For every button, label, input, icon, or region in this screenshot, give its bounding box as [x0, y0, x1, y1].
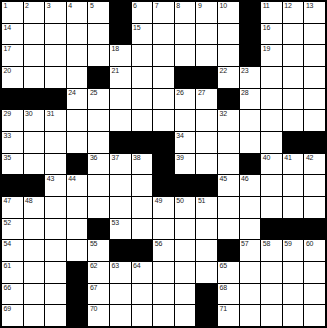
letter-cell-r1-c13[interactable]: 11	[261, 2, 282, 23]
letter-cell-r6-c10[interactable]	[196, 110, 217, 131]
letter-cell-r12-c4[interactable]	[67, 240, 88, 261]
letter-cell-r5-c14[interactable]	[283, 89, 304, 110]
letter-cell-r8-c7[interactable]: 38	[132, 154, 153, 175]
letter-cell-r6-c14[interactable]	[283, 110, 304, 131]
clue-number-62: 62	[90, 262, 97, 270]
letter-cell-r11-c2[interactable]	[24, 219, 45, 240]
letter-cell-r1-c3[interactable]: 3	[45, 2, 66, 23]
letter-cell-r15-c12[interactable]	[240, 305, 261, 326]
letter-cell-r7-c1[interactable]: 33	[2, 132, 23, 153]
clue-number-71: 71	[220, 305, 227, 313]
clue-number-8: 8	[176, 2, 180, 10]
letter-cell-r9-c3[interactable]: 43	[45, 175, 66, 196]
letter-cell-r13-c15[interactable]	[304, 262, 325, 283]
letter-cell-r7-c10[interactable]	[196, 132, 217, 153]
letter-cell-r10-c8[interactable]: 49	[153, 197, 174, 218]
letter-cell-r12-c3[interactable]	[45, 240, 66, 261]
letter-cell-r10-c10[interactable]: 51	[196, 197, 217, 218]
clue-number-26: 26	[176, 89, 183, 97]
letter-cell-r15-c3[interactable]	[45, 305, 66, 326]
letter-cell-r2-c1[interactable]: 14	[2, 24, 23, 45]
letter-cell-r15-c9[interactable]	[175, 305, 196, 326]
letter-cell-r8-c11[interactable]	[218, 154, 239, 175]
clue-number-20: 20	[4, 67, 11, 75]
letter-cell-r10-c15[interactable]	[304, 197, 325, 218]
letter-cell-r14-c13[interactable]	[261, 284, 282, 305]
letter-cell-r12-c2[interactable]	[24, 240, 45, 261]
letter-cell-r12-c8[interactable]: 56	[153, 240, 174, 261]
letter-cell-r15-c5[interactable]: 70	[88, 305, 109, 326]
letter-cell-r7-c3[interactable]	[45, 132, 66, 153]
letter-cell-r4-c12[interactable]: 23	[240, 67, 261, 88]
clue-number-37: 37	[112, 154, 119, 162]
letter-cell-r4-c2[interactable]	[24, 67, 45, 88]
clue-number-34: 34	[176, 132, 183, 140]
letter-cell-r10-c3[interactable]	[45, 197, 66, 218]
letter-cell-r7-c4[interactable]	[67, 132, 88, 153]
letter-cell-r10-c12[interactable]	[240, 197, 261, 218]
clue-number-39: 39	[176, 154, 183, 162]
clue-number-45: 45	[220, 175, 227, 183]
clue-number-9: 9	[198, 2, 202, 10]
clue-number-11: 11	[263, 2, 270, 10]
letter-cell-r15-c13[interactable]	[261, 305, 282, 326]
letter-cell-r9-c12[interactable]: 46	[240, 175, 261, 196]
letter-cell-r2-c11[interactable]	[218, 24, 239, 45]
clue-number-32: 32	[220, 110, 227, 118]
letter-cell-r10-c5[interactable]	[88, 197, 109, 218]
letter-cell-r8-c10[interactable]	[196, 154, 217, 175]
letter-cell-r13-c1[interactable]: 61	[2, 262, 23, 283]
letter-cell-r6-c2[interactable]: 30	[24, 110, 45, 131]
black-cell-r5-c3	[45, 89, 66, 110]
clue-number-7: 7	[155, 2, 159, 10]
letter-cell-r14-c6[interactable]	[110, 284, 131, 305]
clue-number-3: 3	[47, 2, 51, 10]
black-cell-r7-c14	[283, 132, 304, 153]
letter-cell-r6-c6[interactable]	[110, 110, 131, 131]
letter-cell-r5-c13[interactable]	[261, 89, 282, 110]
letter-cell-r8-c15[interactable]: 42	[304, 154, 325, 175]
clue-number-19: 19	[263, 45, 270, 53]
letter-cell-r14-c9[interactable]	[175, 284, 196, 305]
letter-cell-r13-c11[interactable]: 65	[218, 262, 239, 283]
clue-number-53: 53	[112, 219, 119, 227]
clue-number-17: 17	[4, 45, 11, 53]
letter-cell-r9-c5[interactable]	[88, 175, 109, 196]
letter-cell-r4-c7[interactable]	[132, 67, 153, 88]
black-cell-r5-c1	[2, 89, 23, 110]
black-cell-r12-c11	[218, 240, 239, 261]
clue-number-63: 63	[112, 262, 119, 270]
clue-number-15: 15	[133, 24, 140, 32]
letter-cell-r12-c15[interactable]: 60	[304, 240, 325, 261]
letter-cell-r10-c7[interactable]	[132, 197, 153, 218]
black-cell-r12-c6	[110, 240, 131, 261]
letter-cell-r15-c15[interactable]	[304, 305, 325, 326]
letter-cell-r2-c4[interactable]	[67, 24, 88, 45]
clue-number-23: 23	[241, 67, 248, 75]
letter-cell-r10-c9[interactable]: 50	[175, 197, 196, 218]
letter-cell-r4-c4[interactable]	[67, 67, 88, 88]
letter-cell-r11-c12[interactable]	[240, 219, 261, 240]
black-cell-r11-c13	[261, 219, 282, 240]
letter-cell-r13-c10[interactable]	[196, 262, 217, 283]
black-cell-r13-c4	[67, 262, 88, 283]
black-cell-r9-c10	[196, 175, 217, 196]
letter-cell-r13-c2[interactable]	[24, 262, 45, 283]
black-cell-r4-c5	[88, 67, 109, 88]
letter-cell-r2-c3[interactable]	[45, 24, 66, 45]
letter-cell-r12-c12[interactable]: 57	[240, 240, 261, 261]
letter-cell-r5-c6[interactable]	[110, 89, 131, 110]
black-cell-r15-c4	[67, 305, 88, 326]
letter-cell-r9-c13[interactable]	[261, 175, 282, 196]
letter-cell-r15-c6[interactable]	[110, 305, 131, 326]
clue-number-27: 27	[198, 89, 205, 97]
black-cell-r9-c8	[153, 175, 174, 196]
black-cell-r9-c9	[175, 175, 196, 196]
black-cell-r7-c8	[153, 132, 174, 153]
clue-number-5: 5	[90, 2, 94, 10]
letter-cell-r8-c2[interactable]	[24, 154, 45, 175]
letter-cell-r8-c1[interactable]: 35	[2, 154, 23, 175]
black-cell-r15-c10	[196, 305, 217, 326]
clue-number-1: 1	[4, 2, 8, 10]
letter-cell-r14-c3[interactable]	[45, 284, 66, 305]
black-cell-r7-c6	[110, 132, 131, 153]
letter-cell-r6-c4[interactable]	[67, 110, 88, 131]
letter-cell-r3-c14[interactable]	[283, 45, 304, 66]
clue-number-65: 65	[220, 262, 227, 270]
black-cell-r9-c2	[24, 175, 45, 196]
letter-cell-r4-c6[interactable]: 21	[110, 67, 131, 88]
letter-cell-r6-c12[interactable]	[240, 110, 261, 131]
clue-number-61: 61	[4, 262, 11, 270]
clue-number-12: 12	[284, 2, 291, 10]
letter-cell-r4-c1[interactable]: 20	[2, 67, 23, 88]
letter-cell-r7-c13[interactable]	[261, 132, 282, 153]
letter-cell-r12-c10[interactable]	[196, 240, 217, 261]
black-cell-r11-c15	[304, 219, 325, 240]
letter-cell-r2-c13[interactable]: 16	[261, 24, 282, 45]
letter-cell-r6-c15[interactable]	[304, 110, 325, 131]
letter-cell-r5-c12[interactable]: 28	[240, 89, 261, 110]
letter-cell-r14-c11[interactable]: 68	[218, 284, 239, 305]
letter-cell-r15-c8[interactable]	[153, 305, 174, 326]
letter-cell-r14-c15[interactable]	[304, 284, 325, 305]
letter-cell-r8-c5[interactable]: 36	[88, 154, 109, 175]
clue-number-55: 55	[90, 240, 97, 248]
black-cell-r7-c15	[304, 132, 325, 153]
letter-cell-r7-c12[interactable]	[240, 132, 261, 153]
letter-cell-r13-c14[interactable]	[283, 262, 304, 283]
black-cell-r8-c12	[240, 154, 261, 175]
letter-cell-r11-c4[interactable]	[67, 219, 88, 240]
clue-number-13: 13	[306, 2, 313, 10]
letter-cell-r2-c5[interactable]	[88, 24, 109, 45]
letter-cell-r5-c10[interactable]: 27	[196, 89, 217, 110]
black-cell-r5-c11	[218, 89, 239, 110]
letter-cell-r5-c5[interactable]: 25	[88, 89, 109, 110]
clue-number-49: 49	[155, 197, 162, 205]
letter-cell-r14-c2[interactable]	[24, 284, 45, 305]
clue-number-70: 70	[90, 305, 97, 313]
letter-cell-r3-c3[interactable]	[45, 45, 66, 66]
letter-cell-r5-c9[interactable]: 26	[175, 89, 196, 110]
clue-number-67: 67	[90, 284, 97, 292]
clue-number-64: 64	[133, 262, 140, 270]
clue-number-69: 69	[4, 305, 11, 313]
letter-cell-r14-c14[interactable]	[283, 284, 304, 305]
black-cell-r14-c10	[196, 284, 217, 305]
letter-cell-r10-c13[interactable]	[261, 197, 282, 218]
letter-cell-r3-c5[interactable]	[88, 45, 109, 66]
clue-number-35: 35	[4, 154, 11, 162]
letter-cell-r7-c2[interactable]	[24, 132, 45, 153]
letter-cell-r3-c11[interactable]	[218, 45, 239, 66]
letter-cell-r13-c13[interactable]	[261, 262, 282, 283]
letter-cell-r11-c9[interactable]	[175, 219, 196, 240]
letter-cell-r6-c11[interactable]: 32	[218, 110, 239, 131]
clue-number-42: 42	[306, 154, 313, 162]
letter-cell-r3-c1[interactable]: 17	[2, 45, 23, 66]
clue-number-24: 24	[68, 89, 75, 97]
letter-cell-r6-c13[interactable]	[261, 110, 282, 131]
letter-cell-r12-c9[interactable]	[175, 240, 196, 261]
letter-cell-r2-c2[interactable]	[24, 24, 45, 45]
letter-cell-r6-c8[interactable]	[153, 110, 174, 131]
clue-number-33: 33	[4, 132, 11, 140]
letter-cell-r15-c11[interactable]: 71	[218, 305, 239, 326]
clue-number-2: 2	[25, 2, 29, 10]
letter-cell-r14-c12[interactable]	[240, 284, 261, 305]
letter-cell-r11-c6[interactable]: 53	[110, 219, 131, 240]
letter-cell-r2-c10[interactable]	[196, 24, 217, 45]
letter-cell-r8-c3[interactable]	[45, 154, 66, 175]
letter-cell-r11-c11[interactable]	[218, 219, 239, 240]
letter-cell-r13-c8[interactable]	[153, 262, 174, 283]
letter-cell-r3-c10[interactable]	[196, 45, 217, 66]
letter-cell-r15-c2[interactable]	[24, 305, 45, 326]
letter-cell-r6-c7[interactable]	[132, 110, 153, 131]
clue-number-31: 31	[47, 110, 54, 118]
letter-cell-r1-c4[interactable]: 4	[67, 2, 88, 23]
letter-cell-r1-c5[interactable]: 5	[88, 2, 109, 23]
clue-number-38: 38	[133, 154, 140, 162]
clue-number-50: 50	[176, 197, 183, 205]
letter-cell-r9-c14[interactable]	[283, 175, 304, 196]
letter-cell-r4-c11[interactable]: 22	[218, 67, 239, 88]
black-cell-r8-c8	[153, 154, 174, 175]
crossword-grid: 1234567891011121314151617181920212223242…	[0, 0, 327, 328]
black-cell-r9-c1	[2, 175, 23, 196]
black-cell-r14-c4	[67, 284, 88, 305]
letter-cell-r10-c11[interactable]	[218, 197, 239, 218]
letter-cell-r12-c5[interactable]: 55	[88, 240, 109, 261]
letter-cell-r9-c6[interactable]	[110, 175, 131, 196]
letter-cell-r6-c5[interactable]	[88, 110, 109, 131]
letter-cell-r4-c8[interactable]	[153, 67, 174, 88]
clue-number-6: 6	[133, 2, 137, 10]
black-cell-r1-c6	[110, 2, 131, 23]
letter-cell-r9-c7[interactable]	[132, 175, 153, 196]
letter-cell-r13-c3[interactable]	[45, 262, 66, 283]
letter-cell-r6-c1[interactable]: 29	[2, 110, 23, 131]
clue-number-51: 51	[198, 197, 205, 205]
letter-cell-r13-c7[interactable]: 64	[132, 262, 153, 283]
clue-number-36: 36	[90, 154, 97, 162]
letter-cell-r2-c15[interactable]	[304, 24, 325, 45]
black-cell-r11-c14	[283, 219, 304, 240]
letter-cell-r5-c15[interactable]	[304, 89, 325, 110]
clue-number-59: 59	[284, 240, 291, 248]
letter-cell-r1-c10[interactable]: 9	[196, 2, 217, 23]
letter-cell-r4-c3[interactable]	[45, 67, 66, 88]
letter-cell-r15-c1[interactable]: 69	[2, 305, 23, 326]
letter-cell-r10-c6[interactable]	[110, 197, 131, 218]
letter-cell-r3-c8[interactable]	[153, 45, 174, 66]
letter-cell-r2-c14[interactable]	[283, 24, 304, 45]
letter-cell-r14-c7[interactable]	[132, 284, 153, 305]
clue-number-18: 18	[112, 45, 119, 53]
letter-cell-r5-c8[interactable]	[153, 89, 174, 110]
letter-cell-r1-c15[interactable]: 13	[304, 2, 325, 23]
letter-cell-r8-c13[interactable]: 40	[261, 154, 282, 175]
black-cell-r5-c2	[24, 89, 45, 110]
letter-cell-r15-c7[interactable]	[132, 305, 153, 326]
letter-cell-r3-c13[interactable]: 19	[261, 45, 282, 66]
clue-number-52: 52	[4, 219, 11, 227]
clue-number-10: 10	[220, 2, 227, 10]
letter-cell-r3-c9[interactable]	[175, 45, 196, 66]
letter-cell-r7-c9[interactable]: 34	[175, 132, 196, 153]
letter-cell-r9-c4[interactable]: 44	[67, 175, 88, 196]
black-cell-r7-c7	[132, 132, 153, 153]
black-cell-r11-c5	[88, 219, 109, 240]
clue-number-30: 30	[25, 110, 32, 118]
clue-number-43: 43	[47, 175, 54, 183]
black-cell-r2-c6	[110, 24, 131, 45]
letter-cell-r11-c8[interactable]	[153, 219, 174, 240]
letter-cell-r12-c1[interactable]: 54	[2, 240, 23, 261]
clue-number-41: 41	[284, 154, 291, 162]
letter-cell-r8-c14[interactable]: 41	[283, 154, 304, 175]
letter-cell-r2-c9[interactable]	[175, 24, 196, 45]
letter-cell-r14-c5[interactable]: 67	[88, 284, 109, 305]
clue-number-21: 21	[112, 67, 119, 75]
letter-cell-r1-c8[interactable]: 7	[153, 2, 174, 23]
letter-cell-r8-c9[interactable]: 39	[175, 154, 196, 175]
clue-number-47: 47	[4, 197, 11, 205]
clue-number-58: 58	[263, 240, 270, 248]
letter-cell-r12-c14[interactable]: 59	[283, 240, 304, 261]
letter-cell-r5-c4[interactable]: 24	[67, 89, 88, 110]
letter-cell-r6-c3[interactable]: 31	[45, 110, 66, 131]
clue-number-54: 54	[4, 240, 11, 248]
letter-cell-r9-c11[interactable]: 45	[218, 175, 239, 196]
letter-cell-r10-c1[interactable]: 47	[2, 197, 23, 218]
letter-cell-r3-c4[interactable]	[67, 45, 88, 66]
letter-cell-r8-c6[interactable]: 37	[110, 154, 131, 175]
letter-cell-r3-c15[interactable]	[304, 45, 325, 66]
letter-cell-r14-c8[interactable]	[153, 284, 174, 305]
letter-cell-r3-c7[interactable]	[132, 45, 153, 66]
clue-number-16: 16	[263, 24, 270, 32]
letter-cell-r3-c6[interactable]: 18	[110, 45, 131, 66]
clue-number-22: 22	[220, 67, 227, 75]
clue-number-60: 60	[306, 240, 313, 248]
letter-cell-r1-c14[interactable]: 12	[283, 2, 304, 23]
letter-cell-r14-c1[interactable]: 66	[2, 284, 23, 305]
letter-cell-r15-c14[interactable]	[283, 305, 304, 326]
letter-cell-r11-c1[interactable]: 52	[2, 219, 23, 240]
clue-number-68: 68	[220, 284, 227, 292]
letter-cell-r13-c12[interactable]	[240, 262, 261, 283]
clue-number-25: 25	[90, 89, 97, 97]
letter-cell-r2-c7[interactable]: 15	[132, 24, 153, 45]
clue-number-48: 48	[25, 197, 32, 205]
black-cell-r1-c12	[240, 2, 261, 23]
letter-cell-r5-c7[interactable]	[132, 89, 153, 110]
letter-cell-r9-c15[interactable]	[304, 175, 325, 196]
clue-number-40: 40	[263, 154, 270, 162]
letter-cell-r1-c7[interactable]: 6	[132, 2, 153, 23]
letter-cell-r12-c13[interactable]: 58	[261, 240, 282, 261]
clue-number-57: 57	[241, 240, 248, 248]
letter-cell-r11-c7[interactable]	[132, 219, 153, 240]
black-cell-r3-c12	[240, 45, 261, 66]
black-cell-r8-c4	[67, 154, 88, 175]
letter-cell-r13-c9[interactable]	[175, 262, 196, 283]
clue-number-14: 14	[4, 24, 11, 32]
clue-number-29: 29	[4, 110, 11, 118]
letter-cell-r3-c2[interactable]	[24, 45, 45, 66]
letter-cell-r1-c1[interactable]: 1	[2, 2, 23, 23]
black-cell-r2-c12	[240, 24, 261, 45]
letter-cell-r11-c3[interactable]	[45, 219, 66, 240]
black-cell-r12-c7	[132, 240, 153, 261]
clue-number-4: 4	[68, 2, 72, 10]
clue-number-46: 46	[241, 175, 248, 183]
letter-cell-r4-c15[interactable]	[304, 67, 325, 88]
letter-cell-r1-c2[interactable]: 2	[24, 2, 45, 23]
letter-cell-r7-c5[interactable]	[88, 132, 109, 153]
letter-cell-r4-c13[interactable]	[261, 67, 282, 88]
clue-number-44: 44	[68, 175, 75, 183]
letter-cell-r10-c14[interactable]	[283, 197, 304, 218]
clue-number-28: 28	[241, 89, 248, 97]
letter-cell-r10-c4[interactable]	[67, 197, 88, 218]
letter-cell-r13-c6[interactable]: 63	[110, 262, 131, 283]
letter-cell-r13-c5[interactable]: 62	[88, 262, 109, 283]
letter-cell-r11-c10[interactable]	[196, 219, 217, 240]
letter-cell-r4-c14[interactable]	[283, 67, 304, 88]
black-cell-r4-c10	[196, 67, 217, 88]
letter-cell-r7-c11[interactable]	[218, 132, 239, 153]
letter-cell-r1-c9[interactable]: 8	[175, 2, 196, 23]
letter-cell-r6-c9[interactable]	[175, 110, 196, 131]
letter-cell-r2-c8[interactable]	[153, 24, 174, 45]
black-cell-r4-c9	[175, 67, 196, 88]
clue-number-56: 56	[155, 240, 162, 248]
clue-number-66: 66	[4, 284, 11, 292]
letter-cell-r10-c2[interactable]: 48	[24, 197, 45, 218]
letter-cell-r1-c11[interactable]: 10	[218, 2, 239, 23]
